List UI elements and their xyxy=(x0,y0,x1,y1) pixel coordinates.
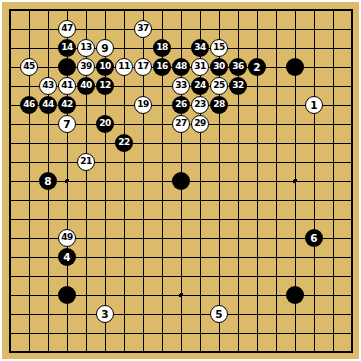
move-number-label: 2 xyxy=(253,61,260,72)
board-intersection[interactable]: 17 xyxy=(134,58,153,77)
stone-white-move-47[interactable]: 47 xyxy=(58,20,77,39)
board-intersection[interactable]: 28 xyxy=(210,96,229,115)
move-number-label: 45 xyxy=(23,62,34,71)
stone-white-move-39[interactable]: 39 xyxy=(77,58,96,77)
move-number-label: 12 xyxy=(99,81,110,90)
board-intersection[interactable]: 26 xyxy=(172,96,191,115)
go-diagram-frame: 1234567891011121314151617181920212223242… xyxy=(0,0,361,361)
stone-white-move-25[interactable]: 25 xyxy=(210,77,229,96)
stone-white-move-3[interactable]: 3 xyxy=(96,305,115,324)
move-number-label: 22 xyxy=(118,138,129,147)
board-intersection[interactable]: 48 xyxy=(172,58,191,77)
board-intersection[interactable]: 39 xyxy=(77,58,96,77)
move-number-label: 44 xyxy=(42,100,53,109)
stone-white-move-13[interactable]: 13 xyxy=(77,39,96,58)
board-intersection[interactable]: 5 xyxy=(210,305,229,324)
board-intersection[interactable]: 7 xyxy=(58,115,77,134)
board-intersection[interactable]: 25 xyxy=(210,77,229,96)
stone-black-move-30[interactable]: 30 xyxy=(210,58,229,77)
go-board[interactable]: 1234567891011121314151617181920212223242… xyxy=(1,1,361,361)
stone-black-move-26[interactable]: 26 xyxy=(172,96,191,115)
board-intersection[interactable]: 44 xyxy=(39,96,58,115)
stone-white-move-17[interactable]: 17 xyxy=(134,58,153,77)
stone-black-handicap[interactable] xyxy=(172,172,191,191)
move-number-label: 34 xyxy=(194,43,205,52)
stone-white-move-5[interactable]: 5 xyxy=(210,305,229,324)
stone-white-move-19[interactable]: 19 xyxy=(134,96,153,115)
board-intersection[interactable]: 12 xyxy=(96,77,115,96)
stone-black-move-44[interactable]: 44 xyxy=(39,96,58,115)
move-number-label: 49 xyxy=(61,233,72,242)
board-intersection[interactable]: 43 xyxy=(39,77,58,96)
board-intersection[interactable] xyxy=(286,286,305,305)
stone-white-move-9[interactable]: 9 xyxy=(96,39,115,58)
move-number-label: 29 xyxy=(194,119,205,128)
board-intersection[interactable]: 42 xyxy=(58,96,77,115)
board-intersection[interactable]: 32 xyxy=(229,77,248,96)
move-number-label: 6 xyxy=(310,232,317,243)
move-number-label: 17 xyxy=(137,62,148,71)
stone-black-handicap[interactable] xyxy=(286,58,305,77)
board-intersection[interactable]: 1 xyxy=(305,96,324,115)
stone-black-handicap[interactable] xyxy=(58,286,77,305)
board-intersection[interactable]: 9 xyxy=(96,39,115,58)
move-number-label: 46 xyxy=(23,100,34,109)
stone-black-move-24[interactable]: 24 xyxy=(191,77,210,96)
stone-white-move-7[interactable]: 7 xyxy=(58,115,77,134)
move-number-label: 4 xyxy=(63,251,70,262)
move-number-label: 41 xyxy=(61,81,72,90)
stone-black-move-20[interactable]: 20 xyxy=(96,115,115,134)
move-number-label: 25 xyxy=(213,81,224,90)
stone-black-handicap[interactable] xyxy=(286,286,305,305)
board-intersection[interactable]: 15 xyxy=(210,39,229,58)
board-intersection[interactable]: 8 xyxy=(39,172,58,191)
move-number-label: 48 xyxy=(175,62,186,71)
board-intersection[interactable] xyxy=(58,58,77,77)
board-intersection[interactable]: 3 xyxy=(96,305,115,324)
move-number-label: 33 xyxy=(175,81,186,90)
board-intersection[interactable]: 23 xyxy=(191,96,210,115)
move-number-label: 10 xyxy=(99,62,110,71)
board-intersection[interactable]: 2 xyxy=(248,58,267,77)
board-intersection[interactable]: 6 xyxy=(305,229,324,248)
stone-black-move-6[interactable]: 6 xyxy=(305,229,324,248)
move-number-label: 20 xyxy=(99,119,110,128)
stone-black-move-18[interactable]: 18 xyxy=(153,39,172,58)
stone-black-move-10[interactable]: 10 xyxy=(96,58,115,77)
move-number-label: 37 xyxy=(137,24,148,33)
board-intersection[interactable]: 27 xyxy=(172,115,191,134)
move-number-label: 19 xyxy=(137,100,148,109)
move-number-label: 23 xyxy=(194,100,205,109)
stone-white-move-21[interactable]: 21 xyxy=(77,153,96,172)
stone-black-move-46[interactable]: 46 xyxy=(20,96,39,115)
board-intersection[interactable]: 13 xyxy=(77,39,96,58)
stone-white-move-41[interactable]: 41 xyxy=(58,77,77,96)
board-intersection[interactable]: 36 xyxy=(229,58,248,77)
board-intersection[interactable] xyxy=(172,172,191,191)
stone-white-move-29[interactable]: 29 xyxy=(191,115,210,134)
board-intersection[interactable]: 10 xyxy=(96,58,115,77)
board-intersection[interactable] xyxy=(286,58,305,77)
move-number-label: 15 xyxy=(213,43,224,52)
stone-black-move-36[interactable]: 36 xyxy=(229,58,248,77)
board-intersection[interactable]: 19 xyxy=(134,96,153,115)
stone-black-move-16[interactable]: 16 xyxy=(153,58,172,77)
move-number-label: 7 xyxy=(63,118,70,129)
move-number-label: 31 xyxy=(194,62,205,71)
board-intersection[interactable]: 46 xyxy=(20,96,39,115)
board-intersection[interactable]: 18 xyxy=(153,39,172,58)
move-number-label: 8 xyxy=(44,175,51,186)
stone-white-move-43[interactable]: 43 xyxy=(39,77,58,96)
stone-white-move-45[interactable]: 45 xyxy=(20,58,39,77)
board-intersection[interactable]: 33 xyxy=(172,77,191,96)
move-number-label: 42 xyxy=(61,100,72,109)
move-number-label: 5 xyxy=(215,308,222,319)
stone-black-move-42[interactable]: 42 xyxy=(58,96,77,115)
move-number-label: 13 xyxy=(80,43,91,52)
board-intersection[interactable]: 45 xyxy=(20,58,39,77)
move-number-label: 26 xyxy=(175,100,186,109)
board-intersection[interactable]: 30 xyxy=(210,58,229,77)
board-intersection[interactable]: 21 xyxy=(77,153,96,172)
move-number-label: 43 xyxy=(42,81,53,90)
move-number-label: 21 xyxy=(80,157,91,166)
move-number-label: 1 xyxy=(310,99,317,110)
stone-white-move-31[interactable]: 31 xyxy=(191,58,210,77)
stone-black-move-48[interactable]: 48 xyxy=(172,58,191,77)
board-intersection[interactable]: 49 xyxy=(58,229,77,248)
move-number-label: 3 xyxy=(101,308,108,319)
move-number-label: 16 xyxy=(156,62,167,71)
board-intersection[interactable]: 41 xyxy=(58,77,77,96)
stone-white-move-1[interactable]: 1 xyxy=(305,96,324,115)
move-number-label: 28 xyxy=(213,100,224,109)
board-intersection[interactable]: 40 xyxy=(77,77,96,96)
stone-white-move-27[interactable]: 27 xyxy=(172,115,191,134)
board-intersection[interactable]: 20 xyxy=(96,115,115,134)
board-intersection[interactable]: 47 xyxy=(58,20,77,39)
move-number-label: 36 xyxy=(232,62,243,71)
stone-white-move-37[interactable]: 37 xyxy=(134,20,153,39)
stone-black-move-2[interactable]: 2 xyxy=(248,58,267,77)
board-intersection[interactable]: 16 xyxy=(153,58,172,77)
move-number-label: 9 xyxy=(101,42,108,53)
move-number-label: 32 xyxy=(232,81,243,90)
stone-black-move-40[interactable]: 40 xyxy=(77,77,96,96)
stone-white-move-49[interactable]: 49 xyxy=(58,229,77,248)
move-number-label: 14 xyxy=(61,43,72,52)
move-number-label: 18 xyxy=(156,43,167,52)
board-intersection[interactable] xyxy=(58,286,77,305)
stone-black-handicap[interactable] xyxy=(58,58,77,77)
board-intersection[interactable]: 29 xyxy=(191,115,210,134)
board-intersection[interactable]: 34 xyxy=(191,39,210,58)
move-number-label: 11 xyxy=(118,62,129,71)
stone-black-move-4[interactable]: 4 xyxy=(58,248,77,267)
stone-white-move-11[interactable]: 11 xyxy=(115,58,134,77)
move-number-label: 30 xyxy=(213,62,224,71)
stone-white-move-23[interactable]: 23 xyxy=(191,96,210,115)
move-number-label: 39 xyxy=(80,62,91,71)
board-intersection[interactable]: 37 xyxy=(134,20,153,39)
stone-black-move-34[interactable]: 34 xyxy=(191,39,210,58)
move-number-label: 47 xyxy=(61,24,72,33)
stone-black-move-32[interactable]: 32 xyxy=(229,77,248,96)
board-intersection[interactable]: 14 xyxy=(58,39,77,58)
stone-white-move-33[interactable]: 33 xyxy=(172,77,191,96)
move-number-label: 27 xyxy=(175,119,186,128)
move-number-label: 40 xyxy=(80,81,91,90)
stone-white-move-15[interactable]: 15 xyxy=(210,39,229,58)
stone-black-move-22[interactable]: 22 xyxy=(115,134,134,153)
board-intersection[interactable]: 11 xyxy=(115,58,134,77)
board-intersection[interactable]: 31 xyxy=(191,58,210,77)
board-intersection[interactable]: 4 xyxy=(58,248,77,267)
stone-black-move-12[interactable]: 12 xyxy=(96,77,115,96)
stone-black-move-28[interactable]: 28 xyxy=(210,96,229,115)
stone-black-move-14[interactable]: 14 xyxy=(58,39,77,58)
board-intersection[interactable]: 22 xyxy=(115,134,134,153)
board-intersection[interactable]: 24 xyxy=(191,77,210,96)
stone-black-move-8[interactable]: 8 xyxy=(39,172,58,191)
move-number-label: 24 xyxy=(194,81,205,90)
